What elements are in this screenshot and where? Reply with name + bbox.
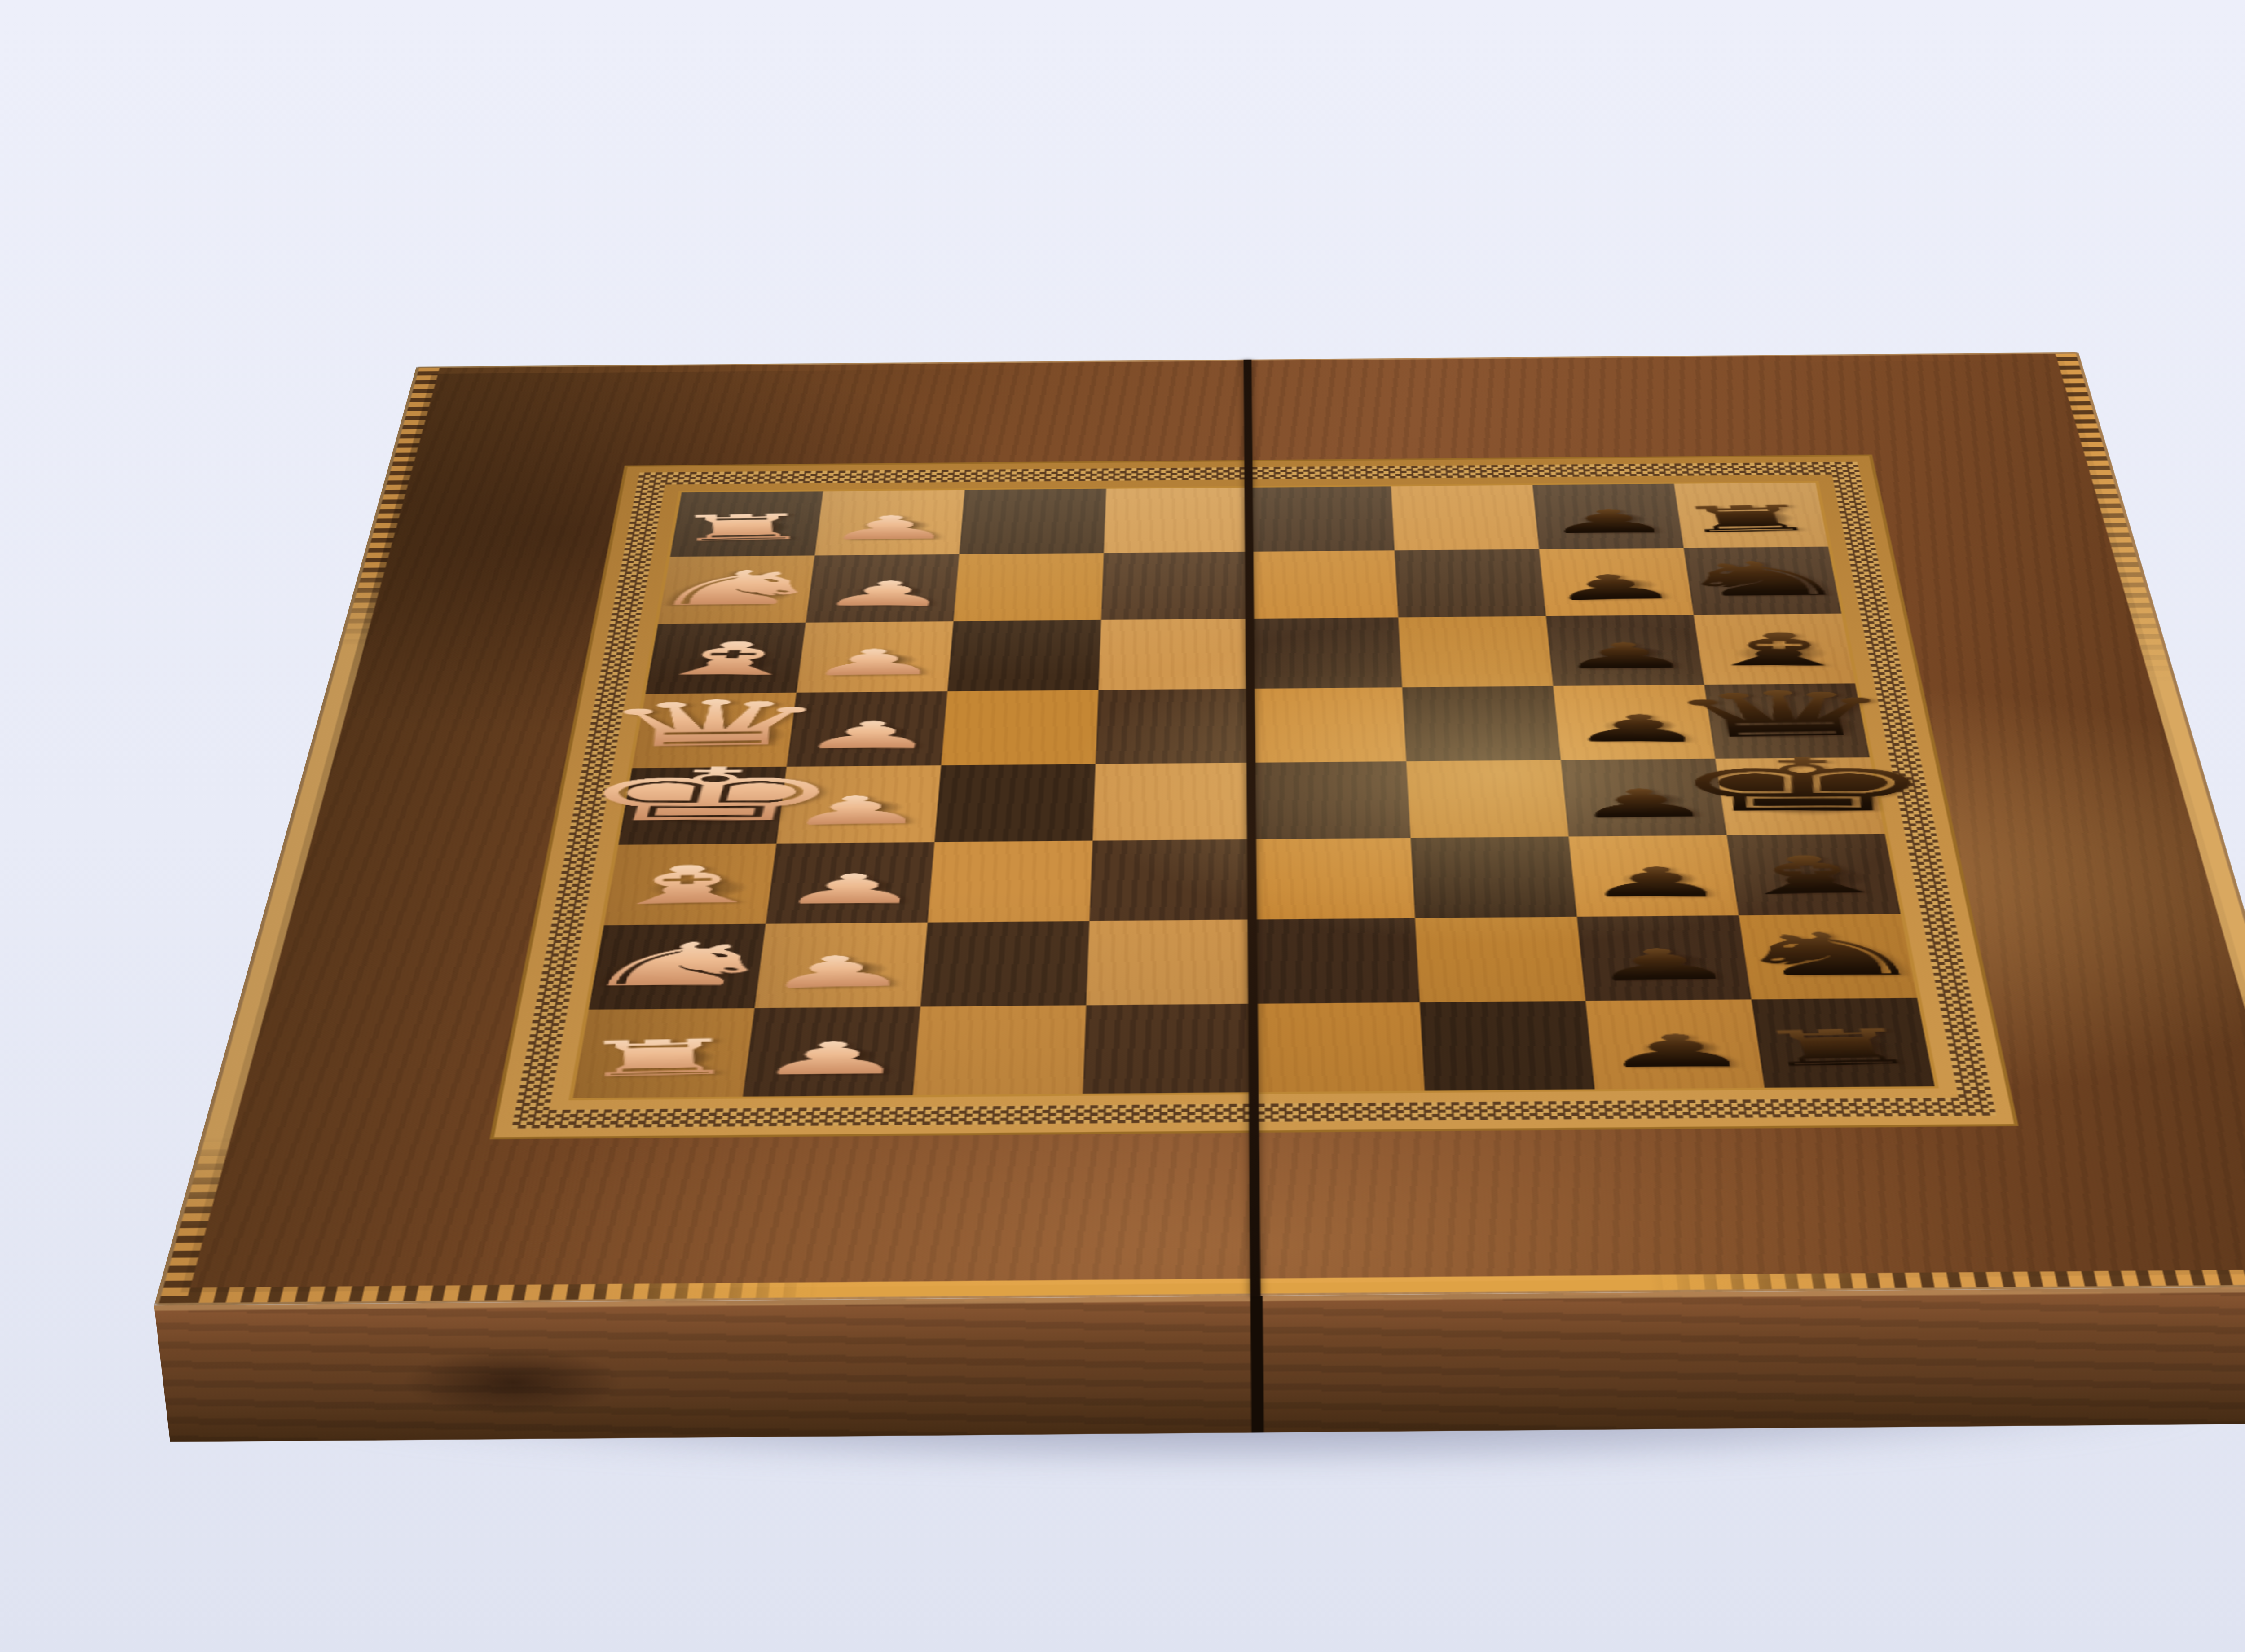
square-a3[interactable] [960, 489, 1107, 554]
square-g4[interactable] [1087, 919, 1253, 1005]
square-d5[interactable] [1250, 688, 1406, 762]
white-pawn-glyph: ♟ [812, 577, 961, 611]
black-bishop-glyph: ♝ [1687, 627, 1869, 673]
white-bishop-glyph: ♝ [633, 636, 829, 682]
scene: ♜♞♝♛♚♝♞♜♟♟♟♟♟♟♟♟♟♟♟♟♟♟♟♟♜♞♝♛♚♝♞♜ [0, 0, 2245, 1652]
square-e5[interactable] [1251, 761, 1410, 839]
square-d6[interactable] [1401, 686, 1560, 761]
piece-white-pawn-a2[interactable]: ♟ [815, 490, 965, 556]
white-queen-glyph: ♛ [589, 690, 837, 756]
piece-black-pawn-c7[interactable]: ♟ [1545, 615, 1704, 686]
square-c3[interactable] [948, 620, 1102, 692]
square-d3[interactable] [942, 690, 1099, 765]
square-h6[interactable] [1419, 1001, 1594, 1090]
square-h1[interactable] [573, 1008, 755, 1098]
inlay-strip-front [512, 1098, 1996, 1129]
square-b5[interactable] [1249, 550, 1398, 619]
square-b4[interactable] [1102, 552, 1250, 620]
square-g7[interactable] [1576, 915, 1751, 1001]
square-h3[interactable] [913, 1005, 1087, 1095]
square-a5[interactable] [1249, 486, 1394, 552]
square-f6[interactable] [1410, 836, 1576, 918]
square-a4[interactable] [1105, 488, 1249, 553]
square-h8[interactable] [1751, 998, 1935, 1088]
square-f4[interactable] [1090, 839, 1252, 921]
white-knight-glyph: ♞ [637, 564, 836, 613]
square-g5[interactable] [1252, 918, 1419, 1004]
photo-stage: ♜♞♝♛♚♝♞♜♟♟♟♟♟♟♟♟♟♟♟♟♟♟♟♟♜♞♝♛♚♝♞♜ [0, 0, 2245, 1652]
square-b3[interactable] [954, 553, 1104, 621]
piece-black-bishop-c8[interactable]: ♝ [1694, 614, 1855, 685]
square-e4[interactable] [1093, 762, 1252, 840]
square-g1[interactable] [589, 923, 766, 1009]
box-top-face [154, 352, 2245, 1306]
piece-white-rook-a1[interactable]: ♜ [670, 491, 823, 557]
piece-black-rook-a8[interactable]: ♜ [1674, 483, 1828, 548]
fold-seam-front [1249, 1296, 1263, 1433]
box-front-side [154, 1286, 2245, 1442]
piece-white-knight-b1[interactable]: ♞ [658, 556, 815, 624]
square-h7[interactable] [1585, 999, 1764, 1089]
square-c6[interactable] [1398, 616, 1553, 688]
square-e3[interactable] [935, 764, 1096, 842]
square-a6[interactable] [1390, 485, 1538, 551]
white-pawn-glyph: ♟ [821, 511, 959, 545]
square-e6[interactable] [1405, 760, 1568, 838]
square-c4[interactable] [1099, 619, 1250, 690]
black-knight-glyph: ♞ [1662, 555, 1862, 604]
square-g3[interactable] [921, 921, 1090, 1006]
black-pawn-glyph: ♟ [1541, 505, 1677, 538]
white-pawn-glyph: ♟ [803, 644, 944, 681]
white-rook-glyph: ♜ [669, 509, 818, 547]
square-f3[interactable] [928, 840, 1093, 922]
square-g8[interactable] [1739, 914, 1917, 999]
edge-band-right [2056, 354, 2245, 1284]
chess-box: ♜♞♝♛♚♝♞♜♟♟♟♟♟♟♟♟♟♟♟♟♟♟♟♟♜♞♝♛♚♝♞♜ [154, 352, 2245, 1306]
square-h5[interactable] [1253, 1002, 1424, 1092]
square-g2[interactable] [755, 922, 928, 1008]
black-rook-glyph: ♜ [1667, 500, 1827, 538]
square-h4[interactable] [1083, 1004, 1254, 1094]
square-b6[interactable] [1394, 549, 1545, 618]
piece-white-bishop-c1[interactable]: ♝ [645, 623, 806, 694]
square-c5[interactable] [1250, 618, 1401, 689]
edge-band-left [159, 368, 440, 1303]
square-f5[interactable] [1251, 838, 1414, 919]
piece-black-knight-b8[interactable]: ♞ [1683, 547, 1841, 615]
square-h2[interactable] [743, 1006, 921, 1097]
square-d4[interactable] [1096, 689, 1251, 764]
square-g6[interactable] [1414, 917, 1585, 1002]
black-pawn-glyph: ♟ [1553, 638, 1698, 675]
piece-black-pawn-a7[interactable]: ♟ [1532, 484, 1683, 549]
square-f2[interactable] [766, 842, 935, 923]
